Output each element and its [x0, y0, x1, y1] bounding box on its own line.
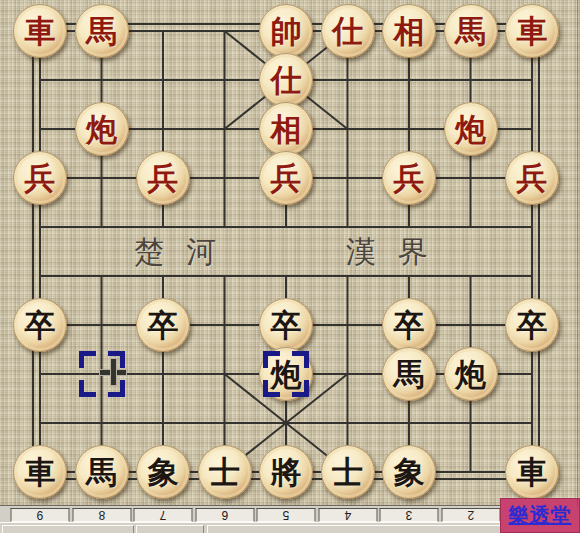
piece-red-horse[interactable]: 馬	[444, 4, 498, 58]
piece-black-soldier[interactable]: 卒	[13, 298, 67, 352]
piece-red-soldier[interactable]: 兵	[505, 151, 559, 205]
piece-black-horse[interactable]: 馬	[382, 347, 436, 401]
piece-red-general[interactable]: 帥	[259, 4, 313, 58]
piece-glyph: 帥	[271, 16, 302, 47]
river-label-left: 楚河	[134, 232, 238, 273]
piece-black-soldier[interactable]: 卒	[259, 298, 313, 352]
piece-black-general[interactable]: 將	[259, 445, 313, 499]
piece-glyph: 馬	[455, 16, 486, 47]
piece-glyph: 馬	[394, 359, 425, 390]
piece-glyph: 象	[394, 457, 425, 488]
piece-black-cannon[interactable]: 炮	[444, 347, 498, 401]
status-bar-panel	[136, 525, 204, 533]
piece-glyph: 馬	[86, 457, 117, 488]
piece-black-soldier[interactable]: 卒	[505, 298, 559, 352]
piece-glyph: 卒	[271, 310, 302, 341]
piece-glyph: 士	[332, 457, 363, 488]
piece-black-soldier[interactable]: 卒	[382, 298, 436, 352]
piece-red-soldier[interactable]: 兵	[136, 151, 190, 205]
file-coordinate-label: 4	[344, 509, 351, 521]
last-move-marker	[263, 351, 309, 397]
file-coordinate-cell: 5	[257, 508, 316, 522]
file-coordinate-label: 8	[98, 509, 105, 521]
piece-black-horse[interactable]: 馬	[75, 445, 129, 499]
file-coordinate-cell: 6	[195, 508, 254, 522]
piece-red-elephant[interactable]: 相	[259, 102, 313, 156]
file-coordinate-label: 6	[221, 509, 228, 521]
river-label-right: 漢界	[346, 232, 450, 273]
file-coordinate-bar: 987654321	[0, 505, 580, 523]
piece-red-soldier[interactable]: 兵	[13, 151, 67, 205]
piece-red-horse[interactable]: 馬	[75, 4, 129, 58]
piece-black-soldier[interactable]: 卒	[136, 298, 190, 352]
piece-glyph: 車	[517, 457, 548, 488]
file-coordinate-cell: 8	[72, 508, 131, 522]
status-bar	[0, 522, 580, 533]
piece-red-cannon[interactable]: 炮	[444, 102, 498, 156]
piece-glyph: 兵	[394, 163, 425, 194]
file-coordinate-label: 7	[160, 509, 167, 521]
file-coordinate-cell: 7	[134, 508, 193, 522]
piece-red-cannon[interactable]: 炮	[75, 102, 129, 156]
piece-glyph: 將	[271, 457, 302, 488]
file-coordinate-label: 3	[406, 509, 413, 521]
piece-glyph: 炮	[86, 114, 117, 145]
piece-glyph: 車	[517, 16, 548, 47]
piece-glyph: 馬	[86, 16, 117, 47]
piece-black-advisor[interactable]: 士	[198, 445, 252, 499]
piece-red-elephant[interactable]: 相	[382, 4, 436, 58]
file-coordinate-label: 2	[467, 509, 474, 521]
piece-glyph: 車	[25, 457, 56, 488]
piece-glyph: 兵	[148, 163, 179, 194]
piece-glyph: 卒	[394, 310, 425, 341]
piece-glyph: 卒	[148, 310, 179, 341]
xiangqi-app-window: 楚河 漢界 車馬帥仕相馬車仕炮相炮兵兵兵兵兵卒卒卒卒卒炮馬炮車馬象士將士象車 9…	[0, 0, 580, 533]
piece-glyph: 士	[209, 457, 240, 488]
piece-glyph: 炮	[455, 359, 486, 390]
piece-glyph: 卒	[25, 310, 56, 341]
piece-black-elephant[interactable]: 象	[136, 445, 190, 499]
piece-black-chariot[interactable]: 車	[505, 445, 559, 499]
piece-black-elephant[interactable]: 象	[382, 445, 436, 499]
piece-glyph: 相	[394, 16, 425, 47]
file-coordinate-label: 5	[283, 509, 290, 521]
piece-glyph: 象	[148, 457, 179, 488]
file-coordinate-cell: 3	[380, 508, 439, 522]
piece-glyph: 仕	[332, 16, 363, 47]
crosshair-cursor-icon	[100, 359, 126, 385]
piece-glyph: 兵	[25, 163, 56, 194]
piece-red-advisor[interactable]: 仕	[321, 4, 375, 58]
piece-red-advisor[interactable]: 仕	[259, 53, 313, 107]
piece-glyph: 卒	[517, 310, 548, 341]
file-coordinate-cell: 2	[441, 508, 500, 522]
piece-black-chariot[interactable]: 車	[13, 445, 67, 499]
status-bar-panel	[2, 525, 134, 533]
piece-red-chariot[interactable]: 車	[505, 4, 559, 58]
piece-glyph: 兵	[517, 163, 548, 194]
piece-glyph: 車	[25, 16, 56, 47]
piece-glyph: 炮	[455, 114, 486, 145]
piece-glyph: 相	[271, 114, 302, 145]
file-coordinate-cell: 9	[11, 508, 70, 522]
piece-red-chariot[interactable]: 車	[13, 4, 67, 58]
piece-glyph: 兵	[271, 163, 302, 194]
file-coordinate-cell: 4	[318, 508, 377, 522]
piece-red-soldier[interactable]: 兵	[382, 151, 436, 205]
window-right-edge	[577, 0, 578, 506]
piece-black-advisor[interactable]: 士	[321, 445, 375, 499]
piece-red-soldier[interactable]: 兵	[259, 151, 313, 205]
letou-tang-watermark-badge[interactable]: 樂透堂	[500, 498, 580, 533]
file-coordinate-label: 9	[37, 509, 44, 521]
badge-label: 樂透堂	[509, 502, 572, 529]
piece-glyph: 仕	[271, 65, 302, 96]
